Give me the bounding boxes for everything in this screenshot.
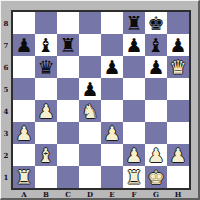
square-f5[interactable]	[123, 78, 145, 100]
file-label-h: H	[167, 190, 189, 199]
square-h1[interactable]	[167, 166, 189, 188]
square-c8[interactable]	[57, 12, 79, 34]
square-e8[interactable]	[101, 12, 123, 34]
rank-label-6: 6	[1, 56, 11, 78]
square-b3[interactable]	[35, 122, 57, 144]
square-c2[interactable]	[57, 144, 79, 166]
rank-label-7: 7	[1, 34, 11, 56]
square-b5[interactable]	[35, 78, 57, 100]
square-h2[interactable]: ♟	[167, 144, 189, 166]
square-e7[interactable]	[101, 34, 123, 56]
piece-white-knight: ♞	[79, 100, 101, 122]
piece-black-pawn: ♟	[79, 78, 101, 100]
file-labels: ABCDEFGH	[13, 189, 189, 199]
square-a5[interactable]	[13, 78, 35, 100]
piece-white-king: ♚	[145, 166, 167, 188]
piece-black-pawn: ♟	[167, 34, 189, 56]
square-c7[interactable]: ♜	[57, 34, 79, 56]
square-d3[interactable]	[79, 122, 101, 144]
piece-white-pawn: ♟	[145, 144, 167, 166]
file-label-e: E	[101, 190, 123, 199]
square-e1[interactable]	[101, 166, 123, 188]
piece-black-bishop: ♝	[145, 34, 167, 56]
square-c6[interactable]	[57, 56, 79, 78]
piece-black-pawn: ♟	[123, 34, 145, 56]
piece-black-rook: ♜	[57, 34, 79, 56]
file-label-c: C	[57, 190, 79, 199]
square-d6[interactable]	[79, 56, 101, 78]
square-d8[interactable]	[79, 12, 101, 34]
square-b4[interactable]: ♟	[35, 100, 57, 122]
square-h6[interactable]: ♛	[167, 56, 189, 78]
square-e2[interactable]	[101, 144, 123, 166]
square-c4[interactable]	[57, 100, 79, 122]
square-b8[interactable]	[35, 12, 57, 34]
square-b1[interactable]	[35, 166, 57, 188]
square-b7[interactable]: ♝	[35, 34, 57, 56]
square-f1[interactable]: ♜	[123, 166, 145, 188]
rank-label-2: 2	[1, 144, 11, 166]
square-f8[interactable]: ♜	[123, 12, 145, 34]
square-e5[interactable]	[101, 78, 123, 100]
square-g7[interactable]: ♝	[145, 34, 167, 56]
square-c5[interactable]	[57, 78, 79, 100]
square-a1[interactable]: ♜	[13, 166, 35, 188]
square-e6[interactable]: ♟	[101, 56, 123, 78]
piece-black-pawn: ♟	[13, 34, 35, 56]
square-h8[interactable]	[167, 12, 189, 34]
square-f4[interactable]	[123, 100, 145, 122]
square-d5[interactable]: ♟	[79, 78, 101, 100]
square-g3[interactable]	[145, 122, 167, 144]
square-b2[interactable]: ♝	[35, 144, 57, 166]
rank-label-3: 3	[1, 122, 11, 144]
piece-white-rook: ♜	[13, 166, 35, 188]
square-g2[interactable]: ♟	[145, 144, 167, 166]
square-a2[interactable]	[13, 144, 35, 166]
piece-black-pawn: ♟	[101, 56, 123, 78]
square-h4[interactable]	[167, 100, 189, 122]
square-a6[interactable]	[13, 56, 35, 78]
square-g8[interactable]: ♚	[145, 12, 167, 34]
square-g5[interactable]	[145, 78, 167, 100]
piece-white-pawn: ♟	[101, 122, 123, 144]
piece-black-pawn: ♟	[145, 56, 167, 78]
file-label-g: G	[145, 190, 167, 199]
square-e4[interactable]	[101, 100, 123, 122]
piece-white-pawn: ♟	[13, 122, 35, 144]
square-h3[interactable]	[167, 122, 189, 144]
square-g6[interactable]: ♟	[145, 56, 167, 78]
square-h7[interactable]: ♟	[167, 34, 189, 56]
square-g4[interactable]	[145, 100, 167, 122]
piece-white-pawn: ♟	[167, 144, 189, 166]
square-a4[interactable]	[13, 100, 35, 122]
piece-white-queen: ♛	[167, 56, 189, 78]
square-d2[interactable]	[79, 144, 101, 166]
square-a7[interactable]: ♟	[13, 34, 35, 56]
rank-label-1: 1	[1, 166, 11, 188]
piece-black-bishop: ♝	[35, 34, 57, 56]
piece-white-rook: ♜	[123, 166, 145, 188]
square-g1[interactable]: ♚	[145, 166, 167, 188]
square-c3[interactable]	[57, 122, 79, 144]
square-a3[interactable]: ♟	[13, 122, 35, 144]
square-d4[interactable]: ♞	[79, 100, 101, 122]
piece-black-rook: ♜	[123, 12, 145, 34]
rank-label-4: 4	[1, 100, 11, 122]
square-h5[interactable]	[167, 78, 189, 100]
square-c1[interactable]	[57, 166, 79, 188]
piece-black-king: ♚	[145, 12, 167, 34]
square-e3[interactable]: ♟	[101, 122, 123, 144]
square-f6[interactable]	[123, 56, 145, 78]
file-label-a: A	[13, 190, 35, 199]
square-b6[interactable]: ♛	[35, 56, 57, 78]
file-label-b: B	[35, 190, 57, 199]
piece-white-pawn: ♟	[123, 144, 145, 166]
square-d1[interactable]	[79, 166, 101, 188]
piece-white-pawn: ♟	[35, 100, 57, 122]
board: ♜♚♟♝♜♟♝♟♛♟♟♛♟♟♞♟♟♝♟♟♟♜♜♚	[11, 10, 191, 190]
square-a8[interactable]	[13, 12, 35, 34]
square-f7[interactable]: ♟	[123, 34, 145, 56]
rank-label-5: 5	[1, 78, 11, 100]
square-f3[interactable]	[123, 122, 145, 144]
rank-label-8: 8	[1, 12, 11, 34]
piece-black-queen: ♛	[35, 56, 57, 78]
square-f2[interactable]: ♟	[123, 144, 145, 166]
file-label-d: D	[79, 190, 101, 199]
square-d7[interactable]	[79, 34, 101, 56]
rank-labels: 87654321	[1, 12, 11, 188]
piece-white-bishop: ♝	[35, 144, 57, 166]
chessboard-frame: 87654321 ♜♚♟♝♜♟♝♟♛♟♟♛♟♟♞♟♟♝♟♟♟♜♜♚ ABCDEF…	[0, 0, 200, 200]
file-label-f: F	[123, 190, 145, 199]
